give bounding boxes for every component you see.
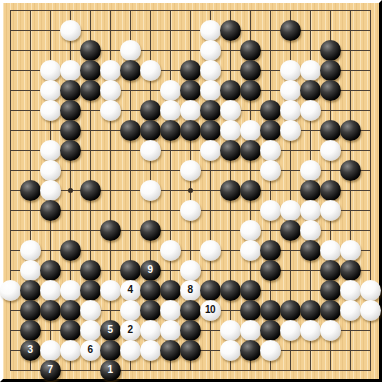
- move-number-label: 1: [107, 365, 112, 375]
- black-stone: 9: [140, 260, 161, 281]
- black-stone: [300, 300, 321, 321]
- white-stone: [40, 340, 61, 361]
- black-stone: [240, 180, 261, 201]
- black-stone: [260, 120, 281, 141]
- white-stone: [140, 60, 161, 81]
- black-stone: [100, 340, 121, 361]
- black-stone: [200, 280, 221, 301]
- white-stone: [220, 340, 241, 361]
- white-stone: [320, 200, 341, 221]
- white-stone: [360, 280, 381, 301]
- black-stone: [320, 280, 341, 301]
- black-stone: [20, 180, 41, 201]
- black-stone: [320, 80, 341, 101]
- black-stone: [200, 120, 221, 141]
- black-stone: [240, 80, 261, 101]
- white-stone: [200, 240, 221, 261]
- white-stone: [220, 100, 241, 121]
- black-stone: [60, 320, 81, 341]
- white-stone: [140, 140, 161, 161]
- black-stone: [220, 80, 241, 101]
- black-stone: [160, 340, 181, 361]
- white-stone: [100, 80, 121, 101]
- black-stone: [220, 20, 241, 41]
- black-stone: [180, 80, 201, 101]
- black-stone: [200, 100, 221, 121]
- white-stone: [60, 280, 81, 301]
- black-stone: [300, 180, 321, 201]
- white-stone: [20, 260, 41, 281]
- white-stone: [0, 280, 21, 301]
- black-stone: [280, 220, 301, 241]
- move-number-label: 7: [47, 365, 52, 375]
- black-stone: [320, 260, 341, 281]
- black-stone: [140, 220, 161, 241]
- white-stone: [340, 280, 361, 301]
- white-stone: [280, 60, 301, 81]
- white-stone: [180, 200, 201, 221]
- white-stone: 10: [200, 300, 221, 321]
- black-stone: [80, 40, 101, 61]
- white-stone: [340, 300, 361, 321]
- star-point: [68, 188, 73, 193]
- white-stone: [160, 240, 181, 261]
- black-stone: [180, 340, 201, 361]
- black-stone: [40, 200, 61, 221]
- white-stone: [240, 240, 261, 261]
- go-board[interactable]: 94810523671: [0, 0, 382, 382]
- white-stone: [40, 180, 61, 201]
- black-stone: [20, 320, 41, 341]
- black-stone: [80, 60, 101, 81]
- white-stone: [280, 100, 301, 121]
- white-stone: [100, 60, 121, 81]
- move-number-label: 9: [147, 265, 152, 275]
- white-stone: [40, 80, 61, 101]
- black-stone: [320, 120, 341, 141]
- white-stone: [260, 160, 281, 181]
- white-stone: [200, 20, 221, 41]
- black-stone: [20, 300, 41, 321]
- move-number-label: 5: [107, 325, 112, 335]
- white-stone: [40, 60, 61, 81]
- white-stone: [180, 160, 201, 181]
- white-stone: [240, 320, 261, 341]
- white-stone: [360, 300, 381, 321]
- white-stone: [160, 80, 181, 101]
- move-number-label: 10: [205, 305, 215, 315]
- black-stone: [40, 260, 61, 281]
- black-stone: [80, 260, 101, 281]
- white-stone: [80, 320, 101, 341]
- white-stone: [60, 60, 81, 81]
- white-stone: [40, 140, 61, 161]
- white-stone: [300, 60, 321, 81]
- move-number-label: 4: [127, 285, 132, 295]
- white-stone: [320, 140, 341, 161]
- move-number-label: 8: [187, 285, 192, 295]
- white-stone: [300, 100, 321, 121]
- grid-line-horizontal: [10, 370, 371, 371]
- white-stone: [160, 300, 181, 321]
- go-game-screenshot: 94810523671: [0, 0, 382, 382]
- black-stone: [260, 320, 281, 341]
- black-stone: [220, 180, 241, 201]
- black-stone: [60, 100, 81, 121]
- black-stone: [140, 280, 161, 301]
- black-stone: [160, 280, 181, 301]
- black-stone: [260, 260, 281, 281]
- black-stone: [140, 100, 161, 121]
- black-stone: [120, 260, 141, 281]
- white-stone: [260, 340, 281, 361]
- white-stone: [200, 140, 221, 161]
- black-stone: [320, 300, 341, 321]
- black-stone: [20, 280, 41, 301]
- white-stone: [100, 100, 121, 121]
- black-stone: [60, 80, 81, 101]
- black-stone: [280, 300, 301, 321]
- white-stone: [140, 320, 161, 341]
- black-stone: [120, 60, 141, 81]
- white-stone: [160, 320, 181, 341]
- black-stone: [220, 280, 241, 301]
- black-stone: [60, 240, 81, 261]
- black-stone: [260, 240, 281, 261]
- white-stone: [120, 340, 141, 361]
- white-stone: [240, 120, 261, 141]
- white-stone: 6: [80, 340, 101, 361]
- white-stone: [300, 320, 321, 341]
- black-stone: [320, 40, 341, 61]
- black-stone: [260, 100, 281, 121]
- black-stone: [180, 60, 201, 81]
- black-stone: [340, 160, 361, 181]
- black-stone: [240, 60, 261, 81]
- black-stone: [80, 280, 101, 301]
- black-stone: [240, 140, 261, 161]
- white-stone: [80, 300, 101, 321]
- black-stone: [320, 60, 341, 81]
- black-stone: [40, 300, 61, 321]
- white-stone: [120, 40, 141, 61]
- white-stone: [220, 120, 241, 141]
- white-stone: [40, 280, 61, 301]
- white-stone: [20, 240, 41, 261]
- white-stone: [280, 320, 301, 341]
- move-number-label: 6: [87, 345, 92, 355]
- white-stone: [200, 40, 221, 61]
- black-stone: [60, 300, 81, 321]
- black-stone: [80, 80, 101, 101]
- white-stone: [320, 320, 341, 341]
- black-stone: [100, 220, 121, 241]
- white-stone: [300, 200, 321, 221]
- white-stone: [220, 320, 241, 341]
- black-stone: [140, 120, 161, 141]
- black-stone: 7: [40, 360, 61, 381]
- white-stone: [300, 220, 321, 241]
- white-stone: [120, 300, 141, 321]
- white-stone: [260, 140, 281, 161]
- black-stone: [80, 180, 101, 201]
- move-number-label: 3: [27, 345, 32, 355]
- black-stone: [160, 120, 181, 141]
- black-stone: [140, 300, 161, 321]
- white-stone: 4: [120, 280, 141, 301]
- move-number-label: 2: [127, 325, 132, 335]
- black-stone: [240, 280, 261, 301]
- black-stone: [300, 240, 321, 261]
- white-stone: [340, 240, 361, 261]
- white-stone: [140, 340, 161, 361]
- white-stone: [200, 80, 221, 101]
- white-stone: 8: [180, 280, 201, 301]
- white-stone: [280, 120, 301, 141]
- white-stone: [60, 340, 81, 361]
- black-stone: [60, 140, 81, 161]
- white-stone: [160, 100, 181, 121]
- white-stone: [280, 200, 301, 221]
- black-stone: [60, 120, 81, 141]
- black-stone: [180, 300, 201, 321]
- black-stone: 3: [20, 340, 41, 361]
- black-stone: [320, 180, 341, 201]
- white-stone: [180, 100, 201, 121]
- black-stone: [240, 40, 261, 61]
- star-point: [188, 188, 193, 193]
- white-stone: 2: [120, 320, 141, 341]
- black-stone: [280, 20, 301, 41]
- white-stone: [300, 160, 321, 181]
- black-stone: [260, 300, 281, 321]
- black-stone: [340, 120, 361, 141]
- black-stone: [300, 80, 321, 101]
- white-stone: [40, 160, 61, 181]
- white-stone: [60, 20, 81, 41]
- black-stone: 1: [100, 360, 121, 381]
- white-stone: [320, 240, 341, 261]
- white-stone: [280, 80, 301, 101]
- black-stone: [180, 320, 201, 341]
- white-stone: [260, 200, 281, 221]
- black-stone: [120, 120, 141, 141]
- black-stone: [180, 120, 201, 141]
- black-stone: 5: [100, 320, 121, 341]
- white-stone: [180, 260, 201, 281]
- black-stone: [240, 340, 261, 361]
- black-stone: [240, 300, 261, 321]
- black-stone: [220, 140, 241, 161]
- white-stone: [100, 280, 121, 301]
- white-stone: [40, 100, 61, 121]
- white-stone: [200, 60, 221, 81]
- black-stone: [340, 260, 361, 281]
- white-stone: [240, 220, 261, 241]
- white-stone: [140, 180, 161, 201]
